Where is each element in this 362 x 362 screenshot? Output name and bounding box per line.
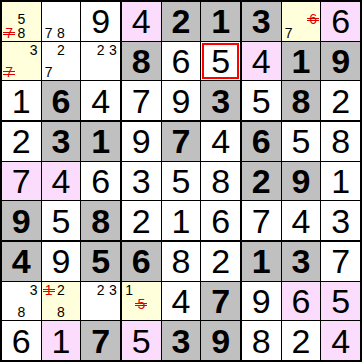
given-digit: 9 [331,44,350,78]
solved-digit: 8 [252,324,271,358]
given-digit: 1 [252,244,271,278]
empty-candidate-slot [307,26,319,40]
pencil-marks: 23 [81,282,120,321]
empty-candidate-slot [15,43,27,57]
solved-digit: 6 [292,284,311,318]
box-6: 658291743 [242,122,360,240]
cell-r5c4[interactable]: 3 [122,162,161,201]
cell-r3c5[interactable]: 9 [162,81,201,120]
cell-r6c5[interactable]: 1 [162,201,201,240]
pencil-marks: 128 [42,282,81,321]
cell-r9c1[interactable]: 6 [2,321,41,360]
solved-digit: 1 [12,84,31,118]
cell-r9c5[interactable]: 3 [162,321,201,360]
cell-r8c2[interactable]: 128 [42,282,81,321]
cell-r5c9[interactable]: 1 [321,162,360,201]
candidate: 8 [15,26,27,40]
given-digit: 9 [211,324,230,358]
solved-digit: 4 [331,324,350,358]
box-5: 974358216 [122,122,240,240]
cell-r4c9[interactable]: 8 [321,122,360,161]
solved-digit: 4 [91,84,110,118]
candidate: 3 [27,43,39,57]
empty-candidate-slot [27,57,39,66]
empty-candidate-slot [135,311,147,320]
given-digit: 6 [52,84,71,118]
solved-digit: 4 [52,164,71,198]
solved-digit: 7 [331,244,350,278]
cell-r7c2[interactable]: 9 [42,242,81,281]
cell-r3c2[interactable]: 6 [42,81,81,120]
cell-r6c2[interactable]: 5 [42,201,81,240]
candidate: 7 [283,26,295,40]
cell-r1c2[interactable]: 78 [42,2,81,41]
empty-candidate-slot [147,311,159,320]
cell-r9c3[interactable]: 7 [81,321,120,360]
empty-candidate-slot [107,68,119,79]
empty-candidate-slot [107,57,119,68]
cell-r8c3[interactable]: 23 [81,282,120,321]
solved-digit: 2 [211,244,230,278]
empty-candidate-slot [295,26,307,40]
empty-candidate-slot [283,12,295,26]
solved-digit: 5 [331,284,350,318]
empty-candidate-slot [67,305,79,319]
candidate: 3 [107,43,119,57]
cell-r7c3[interactable]: 5 [81,242,120,281]
pencil-marks: 67 [282,2,321,41]
given-digit: 9 [292,164,311,198]
empty-candidate-slot [43,14,55,25]
candidate: 5 [15,12,27,26]
candidate: 2 [55,283,67,297]
cell-r7c5[interactable]: 8 [162,242,201,281]
cell-r5c6[interactable]: 8 [201,162,240,201]
empty-candidate-slot [3,297,15,306]
cell-r7c6[interactable]: 2 [201,242,240,281]
empty-candidate-slot [67,297,79,306]
pencil-marks: 15 [122,282,161,321]
empty-candidate-slot [67,65,79,79]
cell-r7c1[interactable]: 4 [2,242,41,281]
empty-candidate-slot [3,12,15,26]
empty-candidate-slot [82,308,94,319]
empty-candidate-slot [55,14,67,25]
cell-r9c8[interactable]: 2 [282,321,321,360]
empty-candidate-slot [27,65,39,79]
solved-digit: 7 [12,164,31,198]
candidate: 3 [27,283,39,297]
cell-r4c7[interactable]: 6 [242,122,281,161]
cell-r2c5[interactable]: 6 [162,42,201,81]
box-2: 421865793 [122,2,240,120]
pencil-marks: 23 [81,42,120,81]
empty-candidate-slot [67,3,79,14]
cell-r2c1[interactable]: 37 [2,42,41,81]
cell-r4c1[interactable]: 2 [2,122,41,161]
cell-r7c4[interactable]: 6 [122,242,161,281]
given-digit: 7 [91,324,110,358]
box-1: 578789372723164 [2,2,120,120]
empty-candidate-slot [3,43,15,57]
cell-r9c7[interactable]: 8 [242,321,281,360]
cell-r1c4[interactable]: 4 [122,2,161,41]
cell-r3c4[interactable]: 7 [122,81,161,120]
empty-candidate-slot [147,283,159,297]
solved-digit: 4 [172,284,191,318]
pencil-marks: 27 [42,42,81,81]
box-3: 3676419582 [242,2,360,120]
empty-candidate-slot [82,57,94,68]
cell-r5c8[interactable]: 9 [282,162,321,201]
cell-r2c7[interactable]: 4 [242,42,281,81]
solved-digit: 6 [91,164,110,198]
given-digit: 3 [52,124,71,158]
given-digit: 2 [252,164,271,198]
cell-r6c3[interactable]: 8 [81,201,120,240]
cell-r8c9[interactable]: 5 [321,282,360,321]
given-digit: 6 [252,124,271,158]
given-digit: 1 [292,44,311,78]
cell-r9c4[interactable]: 5 [122,321,161,360]
solved-digit: 8 [172,244,191,278]
cell-r9c9[interactable]: 4 [321,321,360,360]
candidate: 1 [123,283,135,297]
empty-candidate-slot [15,283,27,297]
cell-r2c6[interactable]: 5 [201,42,240,81]
cell-r1c1[interactable]: 578 [2,2,41,41]
pencil-marks: 78 [42,2,81,41]
cell-r3c6[interactable]: 3 [201,81,240,120]
cell-r6c4[interactable]: 2 [122,201,161,240]
solved-digit: 9 [91,4,110,38]
cell-r2c8[interactable]: 1 [282,42,321,81]
given-digit: 3 [292,244,311,278]
cell-r5c3[interactable]: 6 [81,162,120,201]
solved-digit: 3 [331,204,350,238]
cell-r1c7[interactable]: 3 [242,2,281,41]
empty-candidate-slot [67,43,79,57]
empty-candidate-slot [27,12,39,26]
box-4: 231746958 [2,122,120,240]
solved-digit: 9 [172,84,191,118]
given-digit: 8 [91,204,110,238]
cell-r2c9[interactable]: 9 [321,42,360,81]
candidate: 3 [107,283,119,297]
given-digit: 7 [211,284,230,318]
cell-r3c8[interactable]: 8 [282,81,321,120]
cell-r9c2[interactable]: 1 [42,321,81,360]
given-digit: 7 [172,124,191,158]
empty-candidate-slot [82,68,94,79]
solved-digit: 9 [52,244,71,278]
cell-r1c5[interactable]: 2 [162,2,201,41]
empty-candidate-slot [43,43,55,57]
box-9: 137965824 [242,242,360,360]
candidate: 7 [43,65,55,79]
eliminated-candidate: 7 [3,26,15,40]
empty-candidate-slot [15,57,27,66]
candidate: 2 [55,43,67,57]
cell-r7c9[interactable]: 7 [321,242,360,281]
solved-digit: 5 [172,164,191,198]
eliminated-candidate: 1 [43,283,55,297]
empty-candidate-slot [82,297,94,308]
cell-r6c7[interactable]: 7 [242,201,281,240]
solved-digit: 8 [211,164,230,198]
cell-r4c5[interactable]: 7 [162,122,201,161]
empty-candidate-slot [123,297,135,311]
solved-digit: 7 [132,84,151,118]
empty-candidate-slot [135,283,147,297]
cell-r4c4[interactable]: 9 [122,122,161,161]
given-digit: 1 [91,124,110,158]
empty-candidate-slot [95,297,107,308]
cell-r8c1[interactable]: 38 [2,282,41,321]
cell-r8c4[interactable]: 15 [122,282,161,321]
solved-digit: 5 [252,84,271,118]
cell-r3c3[interactable]: 4 [81,81,120,120]
solved-digit: 2 [12,124,31,158]
empty-candidate-slot [3,3,15,12]
given-digit: 5 [91,244,110,278]
cell-r1c9[interactable]: 6 [321,2,360,41]
empty-candidate-slot [55,57,67,66]
empty-candidate-slot [27,3,39,12]
cell-r5c1[interactable]: 7 [2,162,41,201]
cell-r1c3[interactable]: 9 [81,2,120,41]
cell-r2c2[interactable]: 27 [42,42,81,81]
empty-candidate-slot [55,65,67,79]
cell-r4c3[interactable]: 1 [81,122,120,161]
cell-r2c3[interactable]: 23 [81,42,120,81]
empty-candidate-slot [3,305,15,319]
solved-digit: 9 [252,284,271,318]
empty-candidate-slot [295,12,307,26]
candidate: 2 [95,283,107,297]
solved-digit: 5 [292,124,311,158]
pencil-marks: 37 [2,42,41,81]
cell-r8c5[interactable]: 4 [162,282,201,321]
cell-r8c6[interactable]: 7 [201,282,240,321]
cell-r6c6[interactable]: 6 [201,201,240,240]
candidate: 8 [55,26,67,40]
empty-candidate-slot [82,283,94,297]
given-digit: 6 [132,244,151,278]
solved-digit: 5 [211,44,230,78]
empty-candidate-slot [67,283,79,297]
cell-r1c6[interactable]: 1 [201,2,240,41]
cell-r9c6[interactable]: 9 [201,321,240,360]
cell-r3c1[interactable]: 1 [2,81,41,120]
candidate: 8 [55,305,67,319]
given-digit: 8 [292,84,311,118]
empty-candidate-slot [27,305,39,319]
candidate: 2 [95,43,107,57]
candidate: 8 [15,305,27,319]
cell-r5c2[interactable]: 4 [42,162,81,201]
solved-digit: 5 [132,324,151,358]
solved-digit: 3 [132,164,151,198]
solved-digit: 4 [252,44,271,78]
solved-digit: 2 [132,204,151,238]
solved-digit: 1 [52,324,71,358]
solved-digit: 4 [292,204,311,238]
solved-digit: 4 [211,124,230,158]
empty-candidate-slot [55,3,67,14]
solved-digit: 6 [211,204,230,238]
empty-candidate-slot [27,26,39,40]
cell-r3c9[interactable]: 2 [321,81,360,120]
cell-r3c7[interactable]: 5 [242,81,281,120]
eliminated-candidate: 7 [3,65,15,79]
solved-digit: 5 [52,204,71,238]
solved-digit: 7 [252,204,271,238]
empty-candidate-slot [67,26,79,40]
empty-candidate-slot [43,297,55,306]
empty-candidate-slot [123,311,135,320]
given-digit: 9 [12,204,31,238]
cell-r6c9[interactable]: 3 [321,201,360,240]
pencil-marks: 38 [2,282,41,321]
cell-r1c8[interactable]: 67 [282,2,321,41]
cell-r4c8[interactable]: 5 [282,122,321,161]
solved-digit: 8 [331,124,350,158]
cell-r5c7[interactable]: 2 [242,162,281,201]
solved-digit: 1 [172,204,191,238]
empty-candidate-slot [107,308,119,319]
solved-digit: 2 [331,84,350,118]
given-digit: 3 [172,324,191,358]
solved-digit: 9 [132,124,151,158]
empty-candidate-slot [107,297,119,308]
given-digit: 3 [211,84,230,118]
solved-digit: 6 [172,44,191,78]
box-8: 6821547539 [122,242,240,360]
empty-candidate-slot [147,297,159,311]
empty-candidate-slot [95,57,107,68]
solved-digit: 2 [292,324,311,358]
given-digit: 4 [12,244,31,278]
cell-r6c8[interactable]: 4 [282,201,321,240]
empty-candidate-slot [95,308,107,319]
empty-candidate-slot [27,297,39,306]
solved-digit: 6 [331,4,350,38]
given-digit: 2 [172,4,191,38]
empty-candidate-slot [43,305,55,319]
cell-r4c6[interactable]: 4 [201,122,240,161]
given-digit: 3 [252,4,271,38]
empty-candidate-slot [15,65,27,79]
pencil-marks: 578 [2,2,41,41]
empty-candidate-slot [295,3,307,12]
empty-candidate-slot [3,283,15,297]
cell-r4c2[interactable]: 3 [42,122,81,161]
empty-candidate-slot [283,3,295,12]
candidate: 7 [43,26,55,40]
eliminated-candidate: 5 [135,297,147,311]
cell-r2c4[interactable]: 8 [122,42,161,81]
empty-candidate-slot [43,3,55,14]
cell-r5c5[interactable]: 5 [162,162,201,201]
cell-r6c1[interactable]: 9 [2,201,41,240]
empty-candidate-slot [95,68,107,79]
cell-r7c8[interactable]: 3 [282,242,321,281]
cell-r8c8[interactable]: 6 [282,282,321,321]
cell-r8c7[interactable]: 9 [242,282,281,321]
cell-r7c7[interactable]: 1 [242,242,281,281]
eliminated-candidate: 6 [307,12,319,26]
empty-candidate-slot [67,14,79,25]
solved-digit: 4 [132,4,151,38]
box-7: 4953812823617 [2,242,120,360]
solved-digit: 6 [12,324,31,358]
sudoku-board: 5787893727231644218657933676419582231746… [0,0,362,362]
given-digit: 8 [132,44,151,78]
given-digit: 1 [211,4,230,38]
empty-candidate-slot [82,43,94,57]
solved-digit: 1 [331,164,350,198]
empty-candidate-slot [67,57,79,66]
